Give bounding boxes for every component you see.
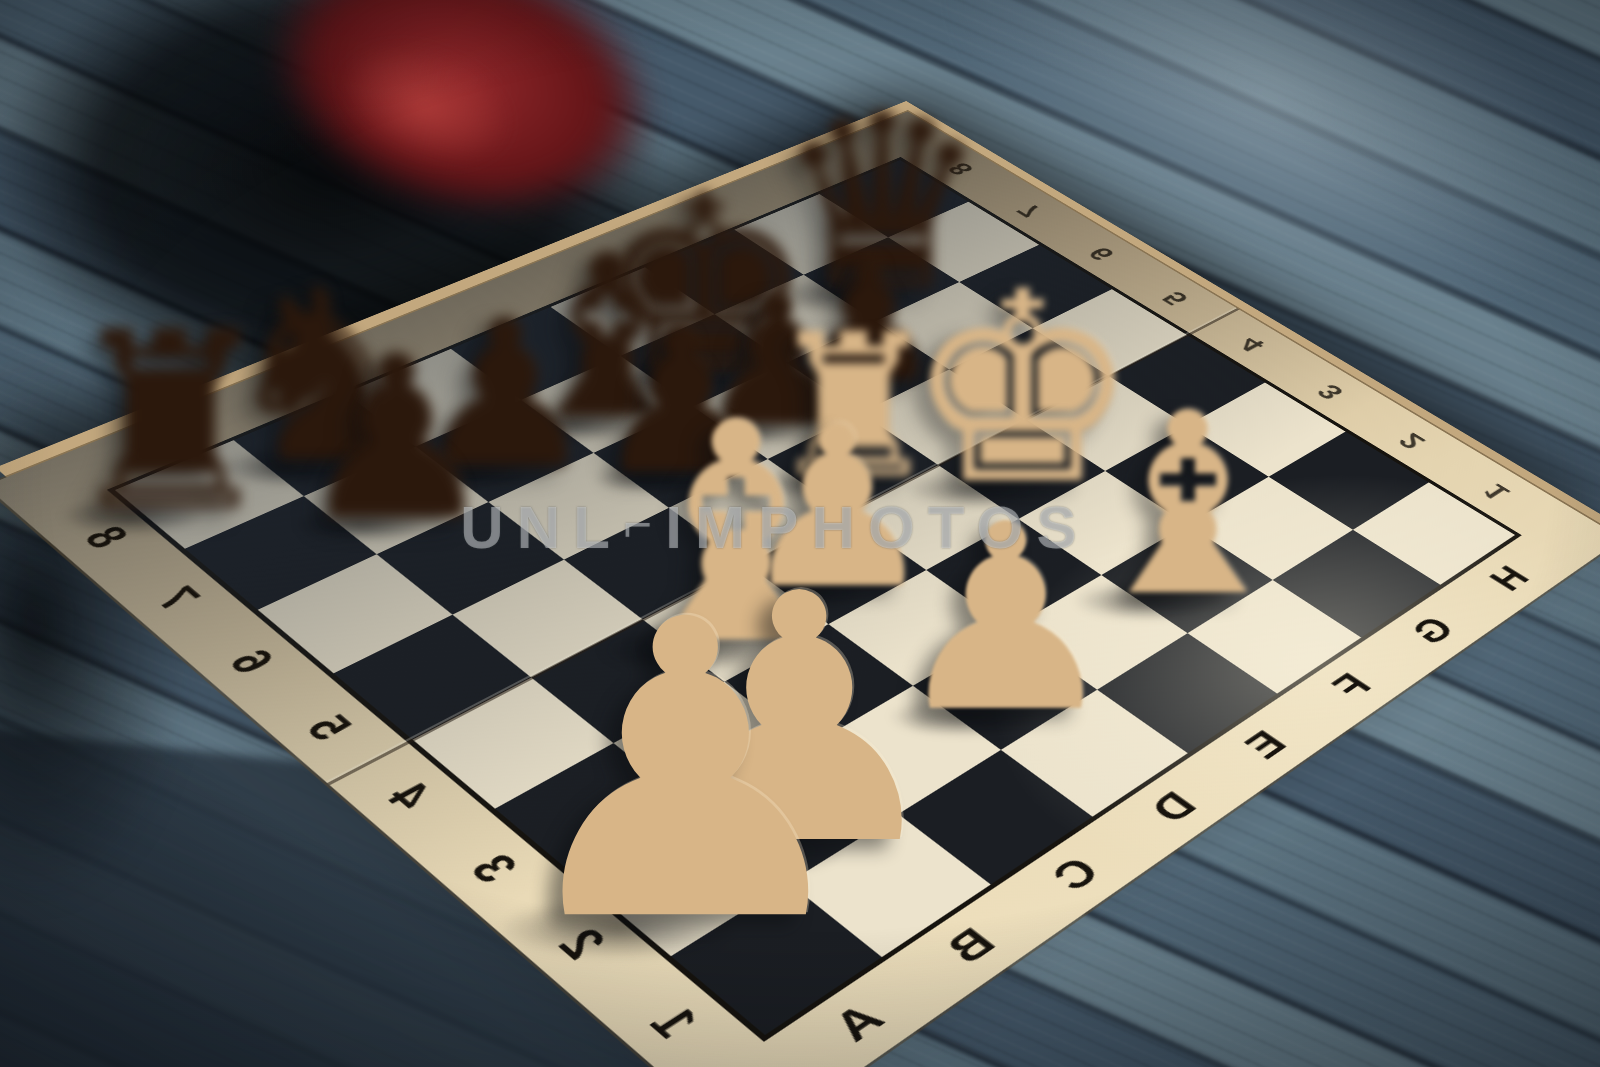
chess-piece-white-P-a2: ♟: [502, 567, 870, 977]
watermark-text-left: UNL: [460, 494, 623, 561]
watermark-bracket-icon: ⌐: [623, 495, 665, 552]
watermark: UNL⌐IMPHOTOS: [460, 493, 1089, 562]
stock-photo-chessboard-on-bench: ABCDEFGH1234567812345678 ♟♟♟♝♝♟♚♜♟♟♟♟♟♝♚…: [0, 0, 1600, 1067]
watermark-text-right: IMPHOTOS: [665, 494, 1090, 561]
chess-piece-black-R-a8: ♜: [60, 300, 279, 545]
